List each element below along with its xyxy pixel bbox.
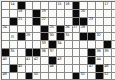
- black-cell: [73, 2, 81, 10]
- white-cell[interactable]: 30: [49, 33, 57, 41]
- clue-number: 49: [2, 72, 6, 77]
- white-cell[interactable]: [112, 65, 115, 73]
- white-cell[interactable]: [104, 18, 112, 26]
- white-cell[interactable]: [18, 49, 26, 57]
- clue-number: 21: [18, 17, 22, 22]
- white-cell[interactable]: [26, 10, 34, 18]
- clue-number: 42: [34, 57, 38, 62]
- white-cell[interactable]: [49, 73, 57, 80]
- white-cell[interactable]: [104, 33, 112, 41]
- white-cell[interactable]: 23: [88, 18, 96, 26]
- white-cell[interactable]: [73, 41, 81, 49]
- clue-number: 16: [65, 2, 69, 7]
- white-cell[interactable]: [88, 26, 96, 34]
- clue-number: 47: [89, 64, 93, 69]
- clue-number: 32: [97, 33, 101, 38]
- clue-number: 34: [57, 41, 61, 46]
- white-cell[interactable]: [112, 57, 115, 65]
- white-cell[interactable]: [33, 2, 41, 10]
- white-cell[interactable]: [26, 18, 34, 26]
- white-cell[interactable]: 47: [88, 65, 96, 73]
- clue-number: 22: [42, 17, 46, 22]
- white-cell[interactable]: [41, 65, 49, 73]
- white-cell[interactable]: [80, 57, 88, 65]
- black-cell: [88, 49, 96, 57]
- crossword-grid: 1415161718192021222324252627282930313233…: [1, 1, 115, 80]
- clue-number: 20: [81, 9, 85, 14]
- white-cell[interactable]: 40: [2, 57, 10, 65]
- white-cell[interactable]: 41: [26, 57, 34, 65]
- white-cell[interactable]: 39: [104, 49, 112, 57]
- clue-number: 45: [18, 64, 22, 69]
- clue-number: 37: [49, 49, 53, 54]
- white-cell[interactable]: [112, 2, 115, 10]
- white-cell[interactable]: [80, 41, 88, 49]
- white-cell[interactable]: [57, 10, 65, 18]
- clue-number: 28: [81, 25, 85, 30]
- white-cell[interactable]: 52: [104, 73, 112, 80]
- white-cell[interactable]: [80, 49, 88, 57]
- white-cell[interactable]: [73, 65, 81, 73]
- white-cell[interactable]: [57, 18, 65, 26]
- white-cell[interactable]: [112, 73, 115, 80]
- white-cell[interactable]: 35: [10, 49, 18, 57]
- white-cell[interactable]: [33, 41, 41, 49]
- clue-number: 15: [57, 2, 61, 7]
- white-cell[interactable]: 43: [57, 57, 65, 65]
- white-cell[interactable]: 42: [33, 57, 41, 65]
- white-cell[interactable]: [26, 2, 34, 10]
- black-cell: [18, 33, 26, 41]
- white-cell[interactable]: 24: [2, 26, 10, 34]
- white-cell[interactable]: [112, 26, 115, 34]
- clue-number: 33: [42, 41, 46, 46]
- white-cell[interactable]: 31: [65, 33, 73, 41]
- clue-number: 23: [89, 17, 93, 22]
- white-cell[interactable]: [65, 65, 73, 73]
- white-cell[interactable]: 51: [80, 73, 88, 80]
- clue-number: 31: [65, 33, 69, 38]
- black-cell: [88, 33, 96, 41]
- white-cell[interactable]: [65, 10, 73, 18]
- clue-number: 41: [26, 57, 30, 62]
- clue-number: 18: [18, 9, 22, 14]
- white-cell[interactable]: [112, 33, 115, 41]
- clue-number: 38: [97, 49, 101, 54]
- white-cell[interactable]: [49, 2, 57, 10]
- white-cell[interactable]: 46: [49, 65, 57, 73]
- white-cell[interactable]: [104, 26, 112, 34]
- white-cell[interactable]: [65, 73, 73, 80]
- white-cell[interactable]: [10, 73, 18, 80]
- clue-number: 19: [42, 9, 46, 14]
- clue-number: 43: [57, 57, 61, 62]
- black-cell: [33, 10, 41, 18]
- white-cell[interactable]: 20: [80, 10, 88, 18]
- black-cell: [10, 18, 18, 26]
- white-cell[interactable]: [65, 57, 73, 65]
- white-cell[interactable]: [88, 73, 96, 80]
- clue-number: 26: [65, 25, 69, 30]
- clue-number: 14: [10, 2, 14, 7]
- white-cell[interactable]: [2, 33, 10, 41]
- white-cell[interactable]: [18, 73, 26, 80]
- white-cell[interactable]: [41, 73, 49, 80]
- white-cell[interactable]: [57, 73, 65, 80]
- white-cell[interactable]: [2, 10, 10, 18]
- clue-number: 46: [49, 64, 53, 69]
- white-cell[interactable]: 44: [96, 57, 104, 65]
- teal-artifact-mark: [11, 35, 14, 37]
- white-cell[interactable]: [112, 41, 115, 49]
- white-cell[interactable]: 22: [41, 18, 49, 26]
- clue-number: 24: [2, 25, 6, 30]
- white-cell[interactable]: [10, 10, 18, 18]
- white-cell[interactable]: [65, 49, 73, 57]
- white-cell[interactable]: [112, 49, 115, 57]
- white-cell[interactable]: [33, 26, 41, 34]
- clue-number: 27: [73, 25, 77, 30]
- white-cell[interactable]: [88, 2, 96, 10]
- white-cell[interactable]: 37: [49, 49, 57, 57]
- white-cell[interactable]: [18, 41, 26, 49]
- clue-number: 35: [10, 49, 14, 54]
- black-cell: [10, 65, 18, 73]
- white-cell[interactable]: [18, 26, 26, 34]
- white-cell[interactable]: [73, 49, 81, 57]
- black-cell: [57, 26, 65, 34]
- white-cell[interactable]: 14: [10, 2, 18, 10]
- white-cell[interactable]: [57, 65, 65, 73]
- white-cell[interactable]: 15: [57, 2, 65, 10]
- white-cell[interactable]: [2, 2, 10, 10]
- white-cell[interactable]: [33, 33, 41, 41]
- clue-number: 48: [104, 64, 108, 69]
- white-cell[interactable]: [2, 41, 10, 49]
- white-cell[interactable]: [26, 65, 34, 73]
- white-cell[interactable]: 34: [57, 41, 65, 49]
- clue-number: 39: [104, 49, 108, 54]
- white-cell[interactable]: 49: [2, 73, 10, 80]
- clue-number: 29: [26, 33, 30, 38]
- black-cell: [33, 18, 41, 26]
- black-cell: [73, 73, 81, 80]
- black-cell: [80, 33, 88, 41]
- white-cell[interactable]: [104, 10, 112, 18]
- white-cell[interactable]: 28: [80, 26, 88, 34]
- white-cell[interactable]: [41, 57, 49, 65]
- white-cell[interactable]: 21: [18, 18, 26, 26]
- white-cell[interactable]: 16: [65, 2, 73, 10]
- black-cell: [96, 65, 104, 73]
- clue-number: 40: [2, 57, 6, 62]
- clue-number: 50: [34, 72, 38, 77]
- white-cell[interactable]: 29: [26, 33, 34, 41]
- white-cell[interactable]: [73, 57, 81, 65]
- white-cell[interactable]: 32: [96, 33, 104, 41]
- white-cell[interactable]: [10, 26, 18, 34]
- clue-number: 17: [104, 2, 108, 7]
- white-cell[interactable]: [49, 10, 57, 18]
- black-cell: [26, 73, 34, 80]
- white-cell[interactable]: [112, 18, 115, 26]
- white-cell[interactable]: [10, 33, 18, 41]
- white-cell[interactable]: [73, 33, 81, 41]
- white-cell[interactable]: [112, 10, 115, 18]
- white-cell[interactable]: 50: [33, 73, 41, 80]
- clue-number: 30: [49, 33, 53, 38]
- white-cell[interactable]: 45: [18, 65, 26, 73]
- white-cell[interactable]: [10, 57, 18, 65]
- white-cell[interactable]: [96, 10, 104, 18]
- black-cell: [41, 26, 49, 34]
- clue-number: 52: [104, 72, 108, 77]
- white-cell[interactable]: [96, 2, 104, 10]
- crossword-screenshot: 1415161718192021222324252627282930313233…: [0, 0, 115, 80]
- clue-number: 44: [97, 57, 101, 62]
- clue-number: 36: [42, 49, 46, 54]
- white-cell[interactable]: 27: [73, 26, 81, 34]
- white-cell[interactable]: 36: [41, 49, 49, 57]
- white-cell[interactable]: 17: [104, 2, 112, 10]
- clue-number: 25: [49, 25, 53, 30]
- white-cell[interactable]: [26, 41, 34, 49]
- black-cell: [73, 10, 81, 18]
- white-cell[interactable]: [65, 41, 73, 49]
- white-cell[interactable]: [96, 18, 104, 26]
- white-cell[interactable]: [88, 41, 96, 49]
- clue-number: 51: [81, 72, 85, 77]
- black-cell: [96, 73, 104, 80]
